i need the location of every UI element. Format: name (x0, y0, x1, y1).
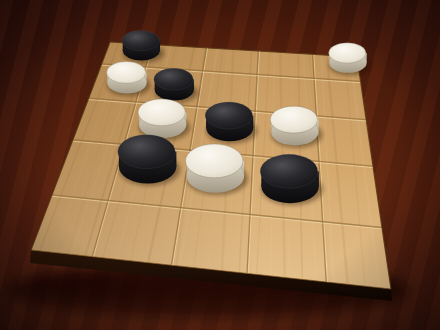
cell-r1c3 (203, 48, 259, 75)
black-disc (260, 154, 323, 205)
cell-r1c4 (257, 51, 314, 78)
disc-top-face (138, 99, 185, 126)
disc-top-face (154, 68, 193, 90)
disc-top-face (122, 30, 159, 50)
cell-r3c5 (316, 116, 373, 166)
disc-top-face (260, 154, 318, 188)
disc-top-face (205, 102, 252, 129)
cell-r5c5 (323, 222, 391, 289)
black-disc (118, 135, 181, 186)
white-disc (185, 144, 248, 195)
disc-top-face (185, 144, 243, 178)
cell-r5c4 (247, 215, 326, 283)
disc-top-face (329, 43, 366, 63)
disc-top-face (118, 135, 176, 169)
cell-r5c3 (171, 208, 250, 274)
disc-top-face (107, 62, 146, 84)
cell-r4c5 (319, 161, 382, 227)
cell-r2c5 (314, 78, 366, 119)
black-disc (122, 30, 164, 62)
white-disc (329, 43, 371, 75)
disc-top-face (270, 106, 317, 133)
photo-of-board-game (0, 0, 440, 330)
cell-r5c2 (92, 200, 181, 265)
board-photo-scene (0, 0, 440, 330)
